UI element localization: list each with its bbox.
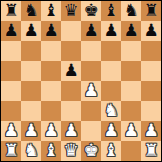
chess-board: ♜♞♝♛♚♝♞♜♟♟♟♟♟♟♟♟♟♞♟♟♟♟♟♟♟♜♞♝♛♚♝♜ [1,1,161,161]
square-b1[interactable]: ♞ [21,141,41,161]
black-pawn-d5[interactable]: ♟ [63,61,78,80]
square-f2[interactable]: ♟ [101,121,121,141]
black-rook-a8[interactable]: ♜ [3,1,18,20]
square-d1[interactable]: ♛ [61,141,81,161]
square-a2[interactable]: ♟ [1,121,21,141]
square-f3[interactable]: ♞ [101,101,121,121]
square-d8[interactable]: ♛ [61,1,81,21]
white-rook-a1[interactable]: ♜ [3,141,18,160]
square-g1[interactable] [121,141,141,161]
black-pawn-a7[interactable]: ♟ [3,21,18,40]
white-bishop-c1[interactable]: ♝ [43,141,58,160]
square-c8[interactable]: ♝ [41,1,61,21]
square-b4[interactable] [21,81,41,101]
square-a3[interactable] [1,101,21,121]
white-pawn-h2[interactable]: ♟ [143,121,158,140]
square-g4[interactable] [121,81,141,101]
square-a1[interactable]: ♜ [1,141,21,161]
black-pawn-e7[interactable]: ♟ [83,21,98,40]
black-pawn-b7[interactable]: ♟ [23,21,38,40]
black-rook-h8[interactable]: ♜ [143,1,158,20]
white-rook-h1[interactable]: ♜ [143,141,158,160]
square-h8[interactable]: ♜ [141,1,161,21]
square-e8[interactable]: ♚ [81,1,101,21]
square-d6[interactable] [61,41,81,61]
square-e6[interactable] [81,41,101,61]
square-h7[interactable]: ♟ [141,21,161,41]
black-bishop-f8[interactable]: ♝ [103,1,118,20]
white-bishop-f1[interactable]: ♝ [103,141,118,160]
square-h3[interactable] [141,101,161,121]
square-f6[interactable] [101,41,121,61]
square-d2[interactable]: ♟ [61,121,81,141]
square-e4[interactable]: ♟ [81,81,101,101]
square-g7[interactable]: ♟ [121,21,141,41]
square-g6[interactable] [121,41,141,61]
square-c6[interactable] [41,41,61,61]
square-a8[interactable]: ♜ [1,1,21,21]
square-g8[interactable]: ♞ [121,1,141,21]
square-d7[interactable] [61,21,81,41]
white-knight-f3[interactable]: ♞ [103,101,118,120]
square-h5[interactable] [141,61,161,81]
square-g5[interactable] [121,61,141,81]
square-e7[interactable]: ♟ [81,21,101,41]
black-knight-b8[interactable]: ♞ [23,1,38,20]
chess-board-frame: ♜♞♝♛♚♝♞♜♟♟♟♟♟♟♟♟♟♞♟♟♟♟♟♟♟♜♞♝♛♚♝♜ [0,0,162,162]
white-pawn-e4[interactable]: ♟ [83,81,98,100]
square-d5[interactable]: ♟ [61,61,81,81]
square-b8[interactable]: ♞ [21,1,41,21]
white-pawn-g2[interactable]: ♟ [123,121,138,140]
black-king-e8[interactable]: ♚ [83,1,98,20]
square-h1[interactable]: ♜ [141,141,161,161]
black-bishop-c8[interactable]: ♝ [43,1,58,20]
square-f4[interactable] [101,81,121,101]
square-f7[interactable]: ♟ [101,21,121,41]
square-e2[interactable] [81,121,101,141]
square-e3[interactable] [81,101,101,121]
square-d4[interactable] [61,81,81,101]
white-pawn-c2[interactable]: ♟ [43,121,58,140]
black-knight-g8[interactable]: ♞ [123,1,138,20]
square-h4[interactable] [141,81,161,101]
square-e5[interactable] [81,61,101,81]
black-pawn-c7[interactable]: ♟ [43,21,58,40]
white-queen-d1[interactable]: ♛ [63,141,78,160]
square-c7[interactable]: ♟ [41,21,61,41]
square-g2[interactable]: ♟ [121,121,141,141]
square-c3[interactable] [41,101,61,121]
white-pawn-f2[interactable]: ♟ [103,121,118,140]
black-pawn-h7[interactable]: ♟ [143,21,158,40]
white-king-e1[interactable]: ♚ [83,141,98,160]
black-pawn-f7[interactable]: ♟ [103,21,118,40]
square-b7[interactable]: ♟ [21,21,41,41]
square-c4[interactable] [41,81,61,101]
square-h6[interactable] [141,41,161,61]
black-pawn-g7[interactable]: ♟ [123,21,138,40]
square-a4[interactable] [1,81,21,101]
square-b3[interactable] [21,101,41,121]
square-d3[interactable] [61,101,81,121]
square-b5[interactable] [21,61,41,81]
square-a5[interactable] [1,61,21,81]
square-c2[interactable]: ♟ [41,121,61,141]
square-c5[interactable] [41,61,61,81]
square-b2[interactable]: ♟ [21,121,41,141]
square-b6[interactable] [21,41,41,61]
white-pawn-b2[interactable]: ♟ [23,121,38,140]
square-f5[interactable] [101,61,121,81]
square-f1[interactable]: ♝ [101,141,121,161]
square-h2[interactable]: ♟ [141,121,161,141]
white-pawn-a2[interactable]: ♟ [3,121,18,140]
square-f8[interactable]: ♝ [101,1,121,21]
white-knight-b1[interactable]: ♞ [23,141,38,160]
square-e1[interactable]: ♚ [81,141,101,161]
square-c1[interactable]: ♝ [41,141,61,161]
square-a7[interactable]: ♟ [1,21,21,41]
square-a6[interactable] [1,41,21,61]
white-pawn-d2[interactable]: ♟ [63,121,78,140]
square-g3[interactable] [121,101,141,121]
black-queen-d8[interactable]: ♛ [63,1,78,20]
